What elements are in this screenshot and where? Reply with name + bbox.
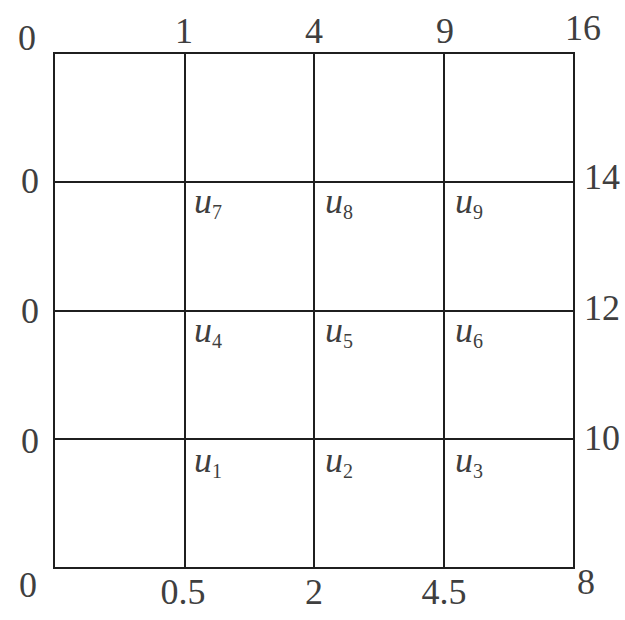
boundary-label-bottom-2: 2 [305,574,323,610]
node-label-u7: u7 [194,183,222,222]
mesh-diagram: 0 1 4 9 16 0 0 0 14 12 10 0 0.5 2 4.5 8 … [0,0,625,620]
boundary-label-top-4: 16 [565,10,601,46]
node-u8-sub: 8 [343,201,353,223]
boundary-label-bottom-4: 8 [577,564,595,600]
node-u6-sub: 6 [473,330,483,352]
node-u4-base: u [194,310,212,350]
node-u9-base: u [455,181,473,221]
node-label-u6: u6 [455,312,483,351]
node-u5-sub: 5 [343,330,353,352]
boundary-label-top-1: 1 [175,13,193,49]
node-label-u5: u5 [325,312,353,351]
node-u6-base: u [455,310,473,350]
grid-line-horizontal-1 [55,181,573,183]
grid-line-horizontal-2 [55,310,573,312]
node-u8-base: u [325,181,343,221]
boundary-label-top-2: 4 [305,13,323,49]
node-u5-base: u [325,310,343,350]
node-label-u1: u1 [194,442,222,481]
node-u1-base: u [194,440,212,480]
node-u3-sub: 3 [473,460,483,482]
node-label-u9: u9 [455,183,483,222]
boundary-label-bottom-0: 0 [19,567,37,603]
boundary-label-right-2: 10 [584,420,620,456]
node-u3-base: u [455,440,473,480]
node-label-u2: u2 [325,442,353,481]
boundary-label-right-1: 12 [584,290,620,326]
boundary-label-left-0: 0 [21,163,39,199]
node-u7-base: u [194,181,212,221]
node-label-u3: u3 [455,442,483,481]
boundary-label-top-0: 0 [18,20,36,56]
boundary-label-right-0: 14 [584,159,620,195]
grid-line-horizontal-3 [55,438,573,440]
node-label-u4: u4 [194,312,222,351]
boundary-label-left-1: 0 [21,293,39,329]
node-label-u8: u8 [325,183,353,222]
grid-board [53,52,575,569]
node-u2-base: u [325,440,343,480]
node-u1-sub: 1 [212,460,222,482]
boundary-label-top-3: 9 [436,13,454,49]
boundary-label-bottom-3: 4.5 [422,574,467,610]
node-u2-sub: 2 [343,460,353,482]
boundary-label-bottom-1: 0.5 [161,574,206,610]
boundary-label-left-2: 0 [21,423,39,459]
node-u4-sub: 4 [212,330,222,352]
node-u9-sub: 9 [473,201,483,223]
node-u7-sub: 7 [212,201,222,223]
